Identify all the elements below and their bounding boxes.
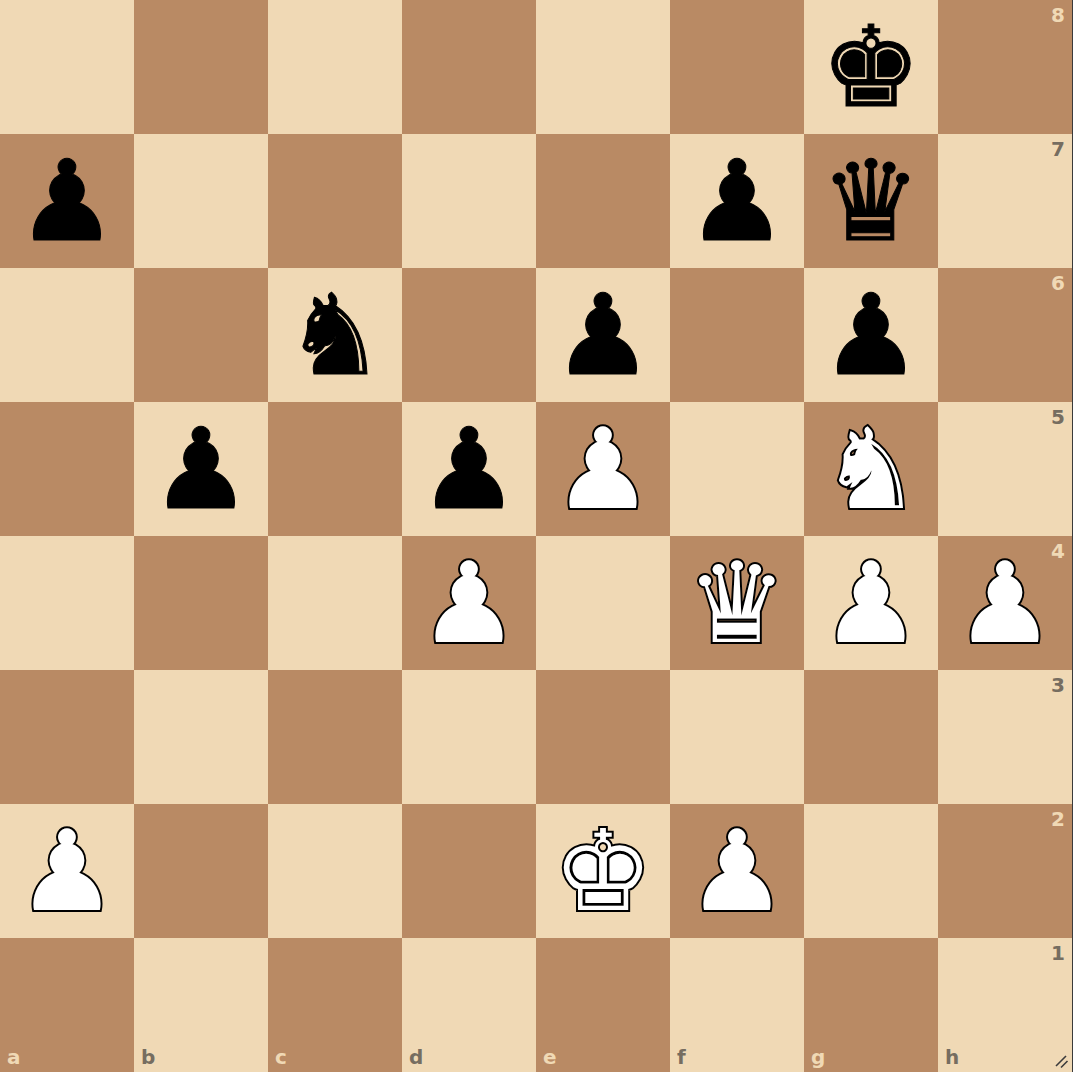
square-d3[interactable] [402, 670, 536, 804]
square-f7[interactable]: ♟ [670, 134, 804, 268]
square-e6[interactable]: ♟ [536, 268, 670, 402]
square-f6[interactable] [670, 268, 804, 402]
piece-white-pawn[interactable]: ♟ [955, 536, 1055, 670]
square-b6[interactable] [134, 268, 268, 402]
square-e2[interactable]: ♚ [536, 804, 670, 938]
piece-white-queen[interactable]: ♛ [687, 536, 787, 670]
square-b4[interactable] [134, 536, 268, 670]
piece-white-king[interactable]: ♚ [553, 804, 653, 938]
square-f5[interactable] [670, 402, 804, 536]
piece-black-pawn[interactable]: ♟ [687, 134, 787, 268]
square-h8[interactable]: 8 [938, 0, 1072, 134]
coord-rank-2: 2 [1051, 809, 1065, 829]
piece-black-pawn[interactable]: ♟ [821, 268, 921, 402]
piece-white-pawn[interactable]: ♟ [687, 804, 787, 938]
square-a5[interactable] [0, 402, 134, 536]
piece-black-pawn[interactable]: ♟ [151, 402, 251, 536]
square-h5[interactable]: 5 [938, 402, 1072, 536]
square-b2[interactable] [134, 804, 268, 938]
square-c2[interactable] [268, 804, 402, 938]
square-a7[interactable]: ♟ [0, 134, 134, 268]
square-e3[interactable] [536, 670, 670, 804]
square-c7[interactable] [268, 134, 402, 268]
square-g1[interactable]: g [804, 938, 938, 1072]
square-a4[interactable] [0, 536, 134, 670]
square-e5[interactable]: ♟ [536, 402, 670, 536]
square-a8[interactable] [0, 0, 134, 134]
square-g3[interactable] [804, 670, 938, 804]
coord-file-g: g [811, 1047, 825, 1067]
coord-rank-7: 7 [1051, 139, 1065, 159]
square-b3[interactable] [134, 670, 268, 804]
square-e7[interactable] [536, 134, 670, 268]
square-f2[interactable]: ♟ [670, 804, 804, 938]
piece-black-knight[interactable]: ♞ [285, 268, 385, 402]
square-c5[interactable] [268, 402, 402, 536]
chess-board: ♚8♟♟♛7♞♟♟6♟♟♟♞5♟♛♟♟43♟♚♟2abcdefg1h [0, 0, 1072, 1072]
square-g5[interactable]: ♞ [804, 402, 938, 536]
square-h2[interactable]: 2 [938, 804, 1072, 938]
resize-handle[interactable] [1052, 1052, 1070, 1070]
square-d8[interactable] [402, 0, 536, 134]
square-a3[interactable] [0, 670, 134, 804]
square-b7[interactable] [134, 134, 268, 268]
coord-file-h: h [945, 1047, 959, 1067]
square-d4[interactable]: ♟ [402, 536, 536, 670]
square-d1[interactable]: d [402, 938, 536, 1072]
coord-file-a: a [7, 1047, 21, 1067]
coord-rank-5: 5 [1051, 407, 1065, 427]
square-d5[interactable]: ♟ [402, 402, 536, 536]
coord-rank-8: 8 [1051, 5, 1065, 25]
square-h1[interactable]: 1h [938, 938, 1072, 1072]
piece-white-pawn[interactable]: ♟ [821, 536, 921, 670]
square-a2[interactable]: ♟ [0, 804, 134, 938]
square-c6[interactable]: ♞ [268, 268, 402, 402]
square-b1[interactable]: b [134, 938, 268, 1072]
square-f1[interactable]: f [670, 938, 804, 1072]
square-d2[interactable] [402, 804, 536, 938]
square-d7[interactable] [402, 134, 536, 268]
square-c4[interactable] [268, 536, 402, 670]
piece-black-pawn[interactable]: ♟ [419, 402, 519, 536]
piece-black-queen[interactable]: ♛ [821, 134, 921, 268]
coord-file-b: b [141, 1047, 155, 1067]
square-g8[interactable]: ♚ [804, 0, 938, 134]
coord-file-d: d [409, 1047, 423, 1067]
square-h6[interactable]: 6 [938, 268, 1072, 402]
square-f3[interactable] [670, 670, 804, 804]
coord-file-c: c [275, 1047, 287, 1067]
coord-rank-6: 6 [1051, 273, 1065, 293]
piece-black-pawn[interactable]: ♟ [17, 134, 117, 268]
square-f4[interactable]: ♛ [670, 536, 804, 670]
coord-rank-3: 3 [1051, 675, 1065, 695]
square-d6[interactable] [402, 268, 536, 402]
piece-black-king[interactable]: ♚ [821, 0, 921, 134]
piece-white-pawn[interactable]: ♟ [553, 402, 653, 536]
square-c3[interactable] [268, 670, 402, 804]
piece-white-knight[interactable]: ♞ [821, 402, 921, 536]
square-g6[interactable]: ♟ [804, 268, 938, 402]
square-c1[interactable]: c [268, 938, 402, 1072]
square-e8[interactable] [536, 0, 670, 134]
square-a6[interactable] [0, 268, 134, 402]
coord-file-e: e [543, 1047, 557, 1067]
square-h7[interactable]: 7 [938, 134, 1072, 268]
square-c8[interactable] [268, 0, 402, 134]
piece-white-pawn[interactable]: ♟ [419, 536, 519, 670]
piece-white-pawn[interactable]: ♟ [17, 804, 117, 938]
square-e4[interactable] [536, 536, 670, 670]
square-g2[interactable] [804, 804, 938, 938]
square-b8[interactable] [134, 0, 268, 134]
coord-file-f: f [677, 1047, 686, 1067]
piece-black-pawn[interactable]: ♟ [553, 268, 653, 402]
square-g4[interactable]: ♟ [804, 536, 938, 670]
square-e1[interactable]: e [536, 938, 670, 1072]
square-b5[interactable]: ♟ [134, 402, 268, 536]
square-g7[interactable]: ♛ [804, 134, 938, 268]
square-f8[interactable] [670, 0, 804, 134]
square-h4[interactable]: ♟4 [938, 536, 1072, 670]
square-a1[interactable]: a [0, 938, 134, 1072]
coord-rank-1: 1 [1051, 943, 1065, 963]
square-h3[interactable]: 3 [938, 670, 1072, 804]
